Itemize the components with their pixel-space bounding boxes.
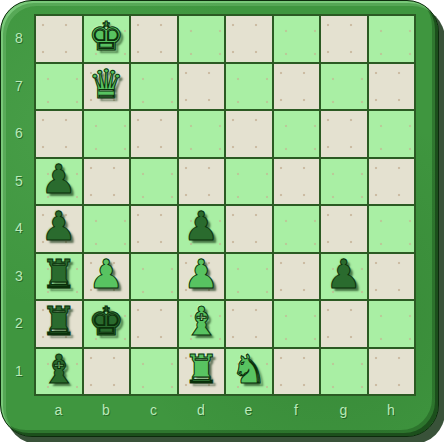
square-d7[interactable] bbox=[179, 64, 225, 110]
file-label-b: b bbox=[84, 402, 129, 418]
square-b3[interactable]: ♟ bbox=[84, 254, 130, 300]
piece-black-king[interactable]: ♚ bbox=[88, 299, 124, 344]
rank-label-8: 8 bbox=[9, 30, 29, 46]
square-f8[interactable] bbox=[274, 16, 320, 62]
piece-black-pawn[interactable]: ♟ bbox=[41, 157, 77, 202]
square-c6[interactable] bbox=[131, 111, 177, 157]
rank-label-3: 3 bbox=[9, 268, 29, 284]
piece-black-rook[interactable]: ♜ bbox=[41, 252, 77, 297]
square-e3[interactable] bbox=[226, 254, 272, 300]
square-c5[interactable] bbox=[131, 159, 177, 205]
square-h2[interactable] bbox=[369, 301, 415, 347]
square-f1[interactable] bbox=[274, 349, 320, 395]
square-h5[interactable] bbox=[369, 159, 415, 205]
square-c8[interactable] bbox=[131, 16, 177, 62]
file-label-d: d bbox=[179, 402, 224, 418]
square-d4[interactable]: ♟ bbox=[179, 206, 225, 252]
square-d6[interactable] bbox=[179, 111, 225, 157]
square-b1[interactable] bbox=[84, 349, 130, 395]
square-c3[interactable] bbox=[131, 254, 177, 300]
square-f6[interactable] bbox=[274, 111, 320, 157]
square-d5[interactable] bbox=[179, 159, 225, 205]
piece-white-pawn[interactable]: ♟ bbox=[88, 252, 124, 297]
piece-white-rook[interactable]: ♜ bbox=[183, 347, 219, 392]
rank-label-1: 1 bbox=[9, 363, 29, 379]
square-c4[interactable] bbox=[131, 206, 177, 252]
square-f7[interactable] bbox=[274, 64, 320, 110]
square-b4[interactable] bbox=[84, 206, 130, 252]
square-g8[interactable] bbox=[321, 16, 367, 62]
square-g7[interactable] bbox=[321, 64, 367, 110]
file-label-e: e bbox=[226, 402, 271, 418]
square-b5[interactable] bbox=[84, 159, 130, 205]
square-g1[interactable] bbox=[321, 349, 367, 395]
square-e1[interactable]: ♞ bbox=[226, 349, 272, 395]
square-b8[interactable]: ♚ bbox=[84, 16, 130, 62]
rank-label-5: 5 bbox=[9, 173, 29, 189]
square-a7[interactable] bbox=[36, 64, 82, 110]
piece-black-rook[interactable]: ♜ bbox=[41, 299, 77, 344]
square-g2[interactable] bbox=[321, 301, 367, 347]
square-h3[interactable] bbox=[369, 254, 415, 300]
file-label-c: c bbox=[131, 402, 176, 418]
square-f2[interactable] bbox=[274, 301, 320, 347]
file-label-f: f bbox=[274, 402, 319, 418]
square-e2[interactable] bbox=[226, 301, 272, 347]
square-a4[interactable]: ♟ bbox=[36, 206, 82, 252]
square-d2[interactable]: ♝ bbox=[179, 301, 225, 347]
rank-label-4: 4 bbox=[9, 220, 29, 236]
square-b2[interactable]: ♚ bbox=[84, 301, 130, 347]
square-f3[interactable] bbox=[274, 254, 320, 300]
rank-label-7: 7 bbox=[9, 78, 29, 94]
square-d3[interactable]: ♟ bbox=[179, 254, 225, 300]
square-g3[interactable]: ♟ bbox=[321, 254, 367, 300]
square-a3[interactable]: ♜ bbox=[36, 254, 82, 300]
file-label-h: h bbox=[369, 402, 414, 418]
square-c7[interactable] bbox=[131, 64, 177, 110]
square-e8[interactable] bbox=[226, 16, 272, 62]
square-e6[interactable] bbox=[226, 111, 272, 157]
square-h7[interactable] bbox=[369, 64, 415, 110]
square-b6[interactable] bbox=[84, 111, 130, 157]
piece-white-pawn[interactable]: ♟ bbox=[183, 252, 219, 297]
square-g6[interactable] bbox=[321, 111, 367, 157]
file-label-a: a bbox=[36, 402, 81, 418]
piece-white-knight[interactable]: ♞ bbox=[231, 347, 267, 392]
square-e7[interactable] bbox=[226, 64, 272, 110]
file-label-g: g bbox=[321, 402, 366, 418]
square-f5[interactable] bbox=[274, 159, 320, 205]
square-d1[interactable]: ♜ bbox=[179, 349, 225, 395]
square-h1[interactable] bbox=[369, 349, 415, 395]
piece-white-queen[interactable]: ♛ bbox=[88, 62, 124, 107]
square-d8[interactable] bbox=[179, 16, 225, 62]
chess-board: ♚♛♟♟♟♜♟♟♟♜♚♝♝♜♞ bbox=[34, 14, 416, 396]
square-a6[interactable] bbox=[36, 111, 82, 157]
square-e5[interactable] bbox=[226, 159, 272, 205]
square-f4[interactable] bbox=[274, 206, 320, 252]
square-h6[interactable] bbox=[369, 111, 415, 157]
rank-label-6: 6 bbox=[9, 125, 29, 141]
piece-white-bishop[interactable]: ♝ bbox=[183, 299, 219, 344]
square-h8[interactable] bbox=[369, 16, 415, 62]
piece-black-pawn[interactable]: ♟ bbox=[41, 204, 77, 249]
square-g4[interactable] bbox=[321, 206, 367, 252]
square-c1[interactable] bbox=[131, 349, 177, 395]
piece-white-king[interactable]: ♚ bbox=[88, 14, 124, 59]
square-a8[interactable] bbox=[36, 16, 82, 62]
piece-black-pawn[interactable]: ♟ bbox=[326, 252, 362, 297]
square-g5[interactable] bbox=[321, 159, 367, 205]
square-h4[interactable] bbox=[369, 206, 415, 252]
square-a1[interactable]: ♝ bbox=[36, 349, 82, 395]
rank-label-2: 2 bbox=[9, 315, 29, 331]
square-a5[interactable]: ♟ bbox=[36, 159, 82, 205]
chess-board-frame: ♚♛♟♟♟♜♟♟♟♜♚♝♝♜♞ 87654321 abcdefgh bbox=[0, 0, 439, 437]
square-a2[interactable]: ♜ bbox=[36, 301, 82, 347]
square-c2[interactable] bbox=[131, 301, 177, 347]
piece-black-pawn[interactable]: ♟ bbox=[183, 204, 219, 249]
square-e4[interactable] bbox=[226, 206, 272, 252]
square-b7[interactable]: ♛ bbox=[84, 64, 130, 110]
piece-black-bishop[interactable]: ♝ bbox=[41, 347, 77, 392]
